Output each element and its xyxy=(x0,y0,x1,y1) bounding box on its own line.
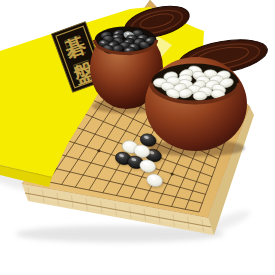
bowl-of-white-stones xyxy=(145,57,247,151)
go-set-product-photo: 碁 盤 xyxy=(0,0,275,275)
scene-canvas: 碁 盤 xyxy=(0,0,275,275)
